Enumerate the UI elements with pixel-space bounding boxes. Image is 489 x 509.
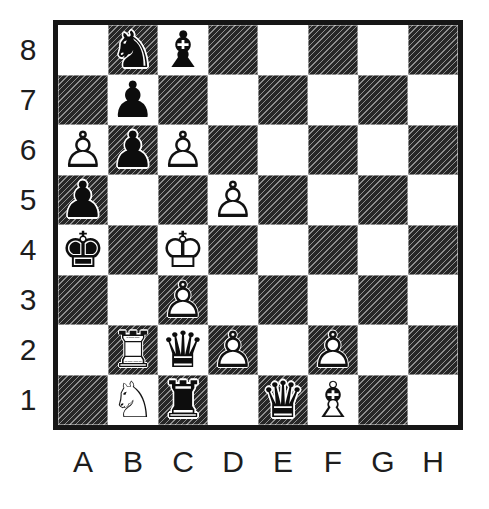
white-piece-outline: ♙ xyxy=(58,125,108,175)
rank-label-5: 5 xyxy=(10,175,46,225)
file-label-c: C xyxy=(158,442,208,482)
square-e8 xyxy=(258,25,308,75)
rank-label-6: 6 xyxy=(10,125,46,175)
square-a2 xyxy=(58,325,108,375)
black-knight: ♞ xyxy=(108,25,158,75)
black-pawn: ♟ xyxy=(108,75,158,125)
white-pawn: ♟♙ xyxy=(158,125,208,175)
square-c6: ♟♙ xyxy=(158,125,208,175)
square-g1 xyxy=(358,375,408,425)
square-h5 xyxy=(408,175,458,225)
white-piece-outline: ♙ xyxy=(208,325,258,375)
file-label-f: F xyxy=(308,442,358,482)
square-f7 xyxy=(308,75,358,125)
white-piece-outline: ♙ xyxy=(208,175,258,225)
rank-label-3: 3 xyxy=(10,275,46,325)
file-label-d: D xyxy=(208,442,258,482)
square-h8 xyxy=(408,25,458,75)
square-e5 xyxy=(258,175,308,225)
square-a7 xyxy=(58,75,108,125)
white-rook: ♜♖ xyxy=(108,325,158,375)
square-d6 xyxy=(208,125,258,175)
square-a4: ♚ xyxy=(58,225,108,275)
square-b6: ♟ xyxy=(108,125,158,175)
square-d7 xyxy=(208,75,258,125)
square-c2: ♛ xyxy=(158,325,208,375)
square-e6 xyxy=(258,125,308,175)
square-f4 xyxy=(308,225,358,275)
square-g2 xyxy=(358,325,408,375)
white-king: ♚♔ xyxy=(158,225,208,275)
square-h4 xyxy=(408,225,458,275)
white-piece-outline: ♙ xyxy=(158,125,208,175)
rank-label-4: 4 xyxy=(10,225,46,275)
square-c5 xyxy=(158,175,208,225)
white-piece-outline: ♙ xyxy=(158,275,208,325)
square-g6 xyxy=(358,125,408,175)
square-h6 xyxy=(408,125,458,175)
square-h3 xyxy=(408,275,458,325)
white-piece-outline: ♔ xyxy=(158,225,208,275)
square-b8: ♞ xyxy=(108,25,158,75)
black-bishop: ♝ xyxy=(158,25,208,75)
black-queen: ♛ xyxy=(158,325,208,375)
black-piece-glyph: ♟ xyxy=(108,75,158,125)
white-bishop: ♝♗ xyxy=(308,375,358,425)
file-label-g: G xyxy=(358,442,408,482)
square-c7 xyxy=(158,75,208,125)
white-pawn: ♟♙ xyxy=(158,275,208,325)
square-g8 xyxy=(358,25,408,75)
black-king: ♚ xyxy=(58,225,108,275)
square-h2 xyxy=(408,325,458,375)
square-g3 xyxy=(358,275,408,325)
square-e1: ♛ xyxy=(258,375,308,425)
square-b4 xyxy=(108,225,158,275)
square-d5: ♟♙ xyxy=(208,175,258,225)
black-piece-glyph: ♝ xyxy=(158,25,208,75)
black-piece-glyph: ♞ xyxy=(108,25,158,75)
square-c8: ♝ xyxy=(158,25,208,75)
square-b3 xyxy=(108,275,158,325)
square-e4 xyxy=(258,225,308,275)
black-piece-glyph: ♟ xyxy=(108,125,158,175)
square-d4 xyxy=(208,225,258,275)
black-pawn: ♟ xyxy=(58,175,108,225)
white-piece-outline: ♖ xyxy=(108,325,158,375)
square-d1 xyxy=(208,375,258,425)
file-label-h: H xyxy=(408,442,458,482)
square-e3 xyxy=(258,275,308,325)
square-e2 xyxy=(258,325,308,375)
square-g7 xyxy=(358,75,408,125)
square-b1: ♞♘ xyxy=(108,375,158,425)
square-c1: ♜ xyxy=(158,375,208,425)
square-a3 xyxy=(58,275,108,325)
white-pawn: ♟♙ xyxy=(58,125,108,175)
black-piece-glyph: ♚ xyxy=(58,225,108,275)
file-labels: ABCDEFGH xyxy=(58,442,458,482)
file-label-e: E xyxy=(258,442,308,482)
file-label-a: A xyxy=(58,442,108,482)
white-pawn: ♟♙ xyxy=(208,325,258,375)
square-f6 xyxy=(308,125,358,175)
square-f5 xyxy=(308,175,358,225)
square-a1 xyxy=(58,375,108,425)
square-f1: ♝♗ xyxy=(308,375,358,425)
white-piece-outline: ♗ xyxy=(308,375,358,425)
square-b7: ♟ xyxy=(108,75,158,125)
square-f8 xyxy=(308,25,358,75)
square-c4: ♚♔ xyxy=(158,225,208,275)
black-queen: ♛ xyxy=(258,375,308,425)
black-piece-glyph: ♟ xyxy=(58,175,108,225)
white-pawn: ♟♙ xyxy=(208,175,258,225)
black-piece-glyph: ♜ xyxy=(158,375,208,425)
square-a5: ♟ xyxy=(58,175,108,225)
square-b5 xyxy=(108,175,158,225)
square-h1 xyxy=(408,375,458,425)
square-d3 xyxy=(208,275,258,325)
black-piece-glyph: ♛ xyxy=(158,325,208,375)
white-piece-outline: ♘ xyxy=(108,375,158,425)
rank-label-7: 7 xyxy=(10,75,46,125)
white-pawn: ♟♙ xyxy=(308,325,358,375)
chess-board: ♞♝♟♟♙♟♟♙♟♟♙♚♚♔♟♙♜♖♛♟♙♟♙♞♘♜♛♝♗ xyxy=(53,20,463,430)
rank-label-1: 1 xyxy=(10,375,46,425)
white-knight: ♞♘ xyxy=(108,375,158,425)
rank-label-8: 8 xyxy=(10,25,46,75)
square-f2: ♟♙ xyxy=(308,325,358,375)
square-b2: ♜♖ xyxy=(108,325,158,375)
rank-labels: 87654321 xyxy=(10,25,46,425)
square-d8 xyxy=(208,25,258,75)
white-piece-outline: ♙ xyxy=(308,325,358,375)
black-pawn: ♟ xyxy=(108,125,158,175)
black-piece-glyph: ♛ xyxy=(258,375,308,425)
square-f3 xyxy=(308,275,358,325)
square-e7 xyxy=(258,75,308,125)
file-label-b: B xyxy=(108,442,158,482)
square-g5 xyxy=(358,175,408,225)
black-rook: ♜ xyxy=(158,375,208,425)
square-a8 xyxy=(58,25,108,75)
square-h7 xyxy=(408,75,458,125)
square-g4 xyxy=(358,225,408,275)
square-d2: ♟♙ xyxy=(208,325,258,375)
square-c3: ♟♙ xyxy=(158,275,208,325)
rank-label-2: 2 xyxy=(10,325,46,375)
square-a6: ♟♙ xyxy=(58,125,108,175)
